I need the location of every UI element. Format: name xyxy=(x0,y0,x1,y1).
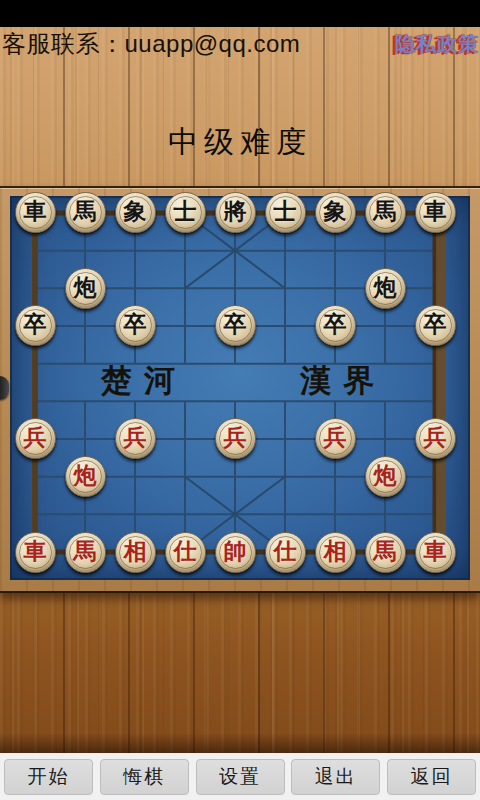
board-cell: 馬 xyxy=(360,533,410,571)
board-cell: 馬 xyxy=(60,533,110,571)
piece-glyph: 卒 xyxy=(24,313,47,336)
piece-red-炮[interactable]: 炮 xyxy=(65,456,106,497)
piece-black-卒[interactable]: 卒 xyxy=(415,305,456,346)
piece-glyph: 仕 xyxy=(274,540,297,563)
piece-glyph: 馬 xyxy=(374,200,397,223)
piece-black-炮[interactable]: 炮 xyxy=(65,268,106,309)
board-cell: 士 xyxy=(260,194,310,232)
piece-glyph: 仕 xyxy=(174,540,197,563)
board-cell: 兵 xyxy=(310,420,360,458)
piece-glyph: 象 xyxy=(324,200,347,223)
board-cell: 卒 xyxy=(410,307,460,345)
piece-black-士[interactable]: 士 xyxy=(165,192,206,233)
piece-glyph: 馬 xyxy=(74,200,97,223)
board-cell: 卒 xyxy=(110,307,160,345)
piece-glyph: 兵 xyxy=(424,426,447,449)
board-surface[interactable]: 楚河 漢界 車馬象士將士象馬車炮炮卒卒卒卒卒兵兵兵兵兵炮炮車馬相仕帥仕相馬車 xyxy=(10,196,470,580)
board-cell: 炮 xyxy=(60,269,110,307)
piece-glyph: 兵 xyxy=(24,426,47,449)
app-screen: 客服联系：uuapp@qq.com 隐私政策 中级难度 xyxy=(0,0,480,800)
board-cell: 兵 xyxy=(410,420,460,458)
piece-glyph: 車 xyxy=(424,200,447,223)
board-cell: 車 xyxy=(410,533,460,571)
board-cell: 車 xyxy=(10,194,60,232)
piece-glyph: 士 xyxy=(274,200,297,223)
xiangqi-board: 楚河 漢界 車馬象士將士象馬車炮炮卒卒卒卒卒兵兵兵兵兵炮炮車馬相仕帥仕相馬車 xyxy=(0,186,480,593)
board-cell: 相 xyxy=(310,533,360,571)
piece-red-兵[interactable]: 兵 xyxy=(315,418,356,459)
board-cell: 兵 xyxy=(210,420,260,458)
board-cell: 仕 xyxy=(160,533,210,571)
settings-button[interactable]: 设置 xyxy=(196,759,285,795)
piece-red-帥[interactable]: 帥 xyxy=(215,532,256,573)
board-cell: 士 xyxy=(160,194,210,232)
board-cell: 卒 xyxy=(210,307,260,345)
piece-glyph: 車 xyxy=(24,200,47,223)
piece-red-炮[interactable]: 炮 xyxy=(365,456,406,497)
board-cell: 相 xyxy=(110,533,160,571)
piece-glyph: 炮 xyxy=(374,464,397,487)
exit-button[interactable]: 退出 xyxy=(291,759,380,795)
piece-red-仕[interactable]: 仕 xyxy=(265,532,306,573)
piece-black-將[interactable]: 將 xyxy=(215,192,256,233)
piece-red-兵[interactable]: 兵 xyxy=(215,418,256,459)
privacy-policy-link[interactable]: 隐私政策 xyxy=(395,31,479,58)
piece-glyph: 卒 xyxy=(424,313,447,336)
board-cell: 象 xyxy=(110,194,160,232)
piece-black-馬[interactable]: 馬 xyxy=(365,192,406,233)
start-button[interactable]: 开始 xyxy=(4,759,93,795)
piece-glyph: 馬 xyxy=(74,540,97,563)
board-cell: 馬 xyxy=(60,194,110,232)
piece-black-卒[interactable]: 卒 xyxy=(15,305,56,346)
support-contact-label: 客服联系：uuapp@qq.com xyxy=(2,28,382,58)
piece-red-相[interactable]: 相 xyxy=(315,532,356,573)
piece-glyph: 炮 xyxy=(374,276,397,299)
board-cell: 兵 xyxy=(110,420,160,458)
board-cell: 仕 xyxy=(260,533,310,571)
piece-red-兵[interactable]: 兵 xyxy=(115,418,156,459)
board-cell: 將 xyxy=(210,194,260,232)
piece-red-兵[interactable]: 兵 xyxy=(415,418,456,459)
piece-glyph: 卒 xyxy=(224,313,247,336)
piece-black-炮[interactable]: 炮 xyxy=(365,268,406,309)
piece-glyph: 象 xyxy=(124,200,147,223)
piece-glyph: 士 xyxy=(174,200,197,223)
board-cell: 卒 xyxy=(10,307,60,345)
board-cell: 象 xyxy=(310,194,360,232)
piece-glyph: 相 xyxy=(124,540,147,563)
piece-red-馬[interactable]: 馬 xyxy=(65,532,106,573)
piece-red-馬[interactable]: 馬 xyxy=(365,532,406,573)
piece-black-卒[interactable]: 卒 xyxy=(215,305,256,346)
board-cell: 車 xyxy=(410,194,460,232)
piece-black-士[interactable]: 士 xyxy=(265,192,306,233)
difficulty-title: 中级难度 xyxy=(0,122,480,163)
piece-glyph: 炮 xyxy=(74,276,97,299)
piece-glyph: 卒 xyxy=(324,313,347,336)
piece-glyph: 將 xyxy=(224,200,247,223)
piece-black-象[interactable]: 象 xyxy=(115,192,156,233)
piece-red-車[interactable]: 車 xyxy=(415,532,456,573)
piece-glyph: 馬 xyxy=(374,540,397,563)
piece-red-相[interactable]: 相 xyxy=(115,532,156,573)
status-bar xyxy=(0,0,480,27)
piece-black-象[interactable]: 象 xyxy=(315,192,356,233)
board-cell: 馬 xyxy=(360,194,410,232)
piece-black-卒[interactable]: 卒 xyxy=(115,305,156,346)
board-cell: 卒 xyxy=(310,307,360,345)
board-cell: 炮 xyxy=(60,458,110,496)
piece-glyph: 帥 xyxy=(224,540,247,563)
piece-red-車[interactable]: 車 xyxy=(15,532,56,573)
board-cell: 炮 xyxy=(360,269,410,307)
piece-glyph: 卒 xyxy=(124,313,147,336)
piece-red-兵[interactable]: 兵 xyxy=(15,418,56,459)
back-button[interactable]: 返回 xyxy=(387,759,476,795)
board-cell: 帥 xyxy=(210,533,260,571)
piece-glyph: 炮 xyxy=(74,464,97,487)
piece-black-車[interactable]: 車 xyxy=(415,192,456,233)
piece-red-仕[interactable]: 仕 xyxy=(165,532,206,573)
piece-glyph: 車 xyxy=(424,540,447,563)
board-cell: 兵 xyxy=(10,420,60,458)
piece-glyph: 相 xyxy=(324,540,347,563)
piece-black-馬[interactable]: 馬 xyxy=(65,192,106,233)
floor-shadow xyxy=(0,733,480,753)
board-cell: 車 xyxy=(10,533,60,571)
piece-glyph: 兵 xyxy=(124,426,147,449)
piece-glyph: 兵 xyxy=(224,426,247,449)
piece-black-車[interactable]: 車 xyxy=(15,192,56,233)
undo-button[interactable]: 悔棋 xyxy=(100,759,189,795)
piece-glyph: 兵 xyxy=(324,426,347,449)
board-cell: 炮 xyxy=(360,458,410,496)
piece-black-卒[interactable]: 卒 xyxy=(315,305,356,346)
piece-glyph: 車 xyxy=(24,540,47,563)
piece-grid: 車馬象士將士象馬車炮炮卒卒卒卒卒兵兵兵兵兵炮炮車馬相仕帥仕相馬車 xyxy=(10,194,460,571)
bottom-toolbar: 开始 悔棋 设置 退出 返回 xyxy=(0,753,480,800)
